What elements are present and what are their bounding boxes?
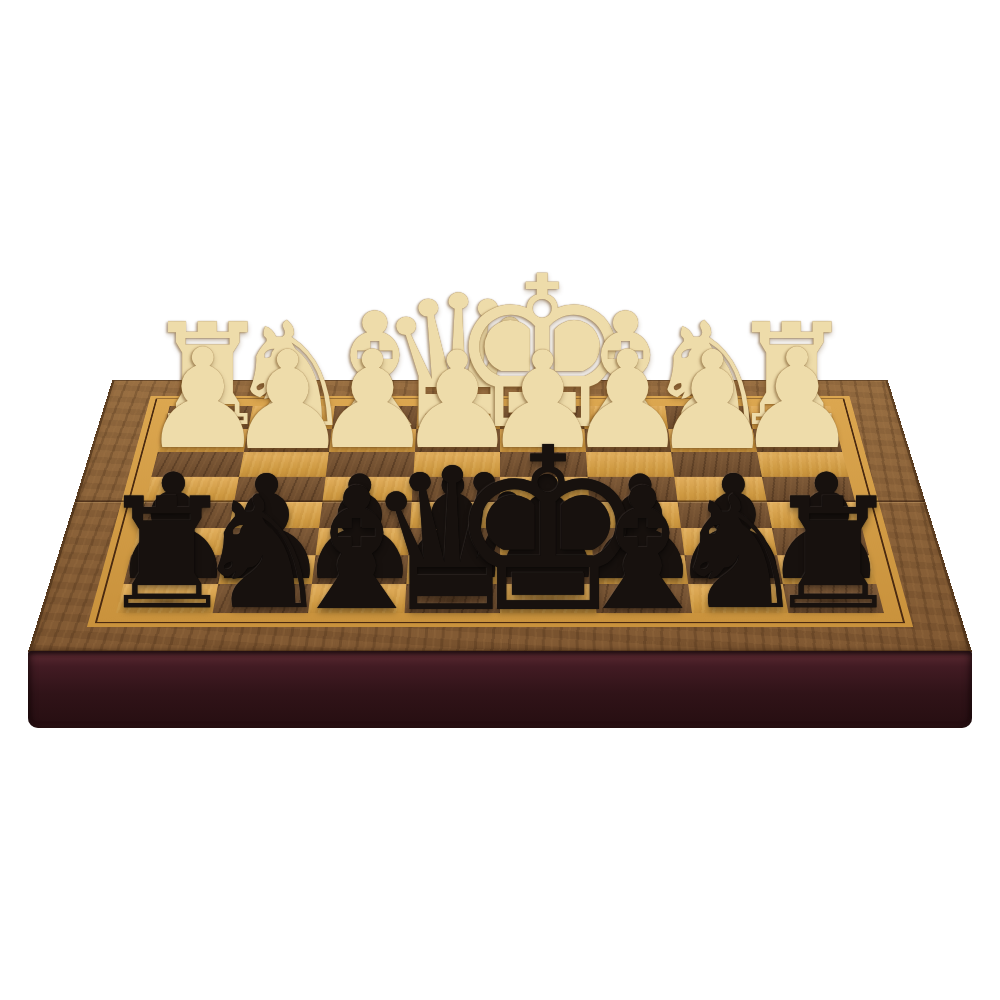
- pieces-layer: ♜♞♝♛♚♝♞♜♟♟♟♟♟♟♟♟♟♟♟♟♟♟♟♟♜♞♝♛♚♝♞♜: [0, 0, 1000, 1000]
- product-photo-scene: ♜♞♝♛♚♝♞♜♟♟♟♟♟♟♟♟♟♟♟♟♟♟♟♟♜♞♝♛♚♝♞♜: [0, 0, 1000, 1000]
- black-rook-piece[interactable]: ♜: [765, 478, 902, 631]
